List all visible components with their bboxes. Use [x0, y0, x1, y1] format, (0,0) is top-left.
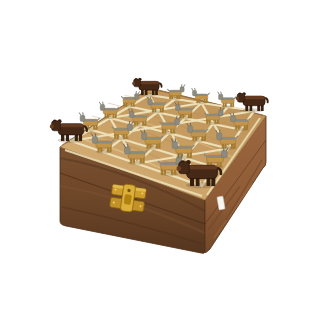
tiger-piece[interactable]: [50, 119, 87, 143]
product-photo: [0, 0, 324, 324]
bagh-chal-game-box: [0, 0, 324, 324]
